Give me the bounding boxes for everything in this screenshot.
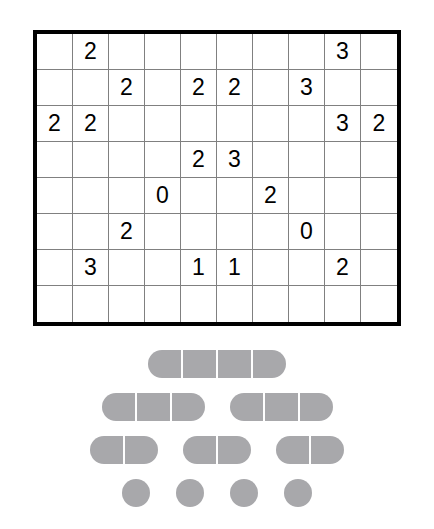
fleet-row-size-3	[102, 393, 333, 421]
clue-number: 0	[300, 220, 313, 243]
cell-r1c4[interactable]	[145, 34, 181, 70]
submarine-icon	[230, 479, 258, 507]
cell-r4c9[interactable]	[325, 142, 361, 178]
cell-r2c5[interactable]: 2	[181, 70, 217, 106]
cell-r3c3[interactable]	[109, 106, 145, 142]
ship-mid-segment	[137, 393, 170, 421]
ship-bow-left-icon	[90, 436, 123, 464]
cell-r8c3[interactable]	[109, 286, 145, 322]
cell-r6c8[interactable]: 0	[289, 214, 325, 250]
clue-number: 2	[120, 220, 133, 243]
clue-number: 3	[300, 76, 313, 99]
cell-r6c2[interactable]	[73, 214, 109, 250]
clue-number: 2	[192, 76, 205, 99]
cell-r6c3[interactable]: 2	[109, 214, 145, 250]
ship-mid-segment	[218, 350, 251, 378]
cell-r4c1[interactable]	[37, 142, 73, 178]
cell-r5c7[interactable]: 2	[253, 178, 289, 214]
cell-r7c9[interactable]: 2	[325, 250, 361, 286]
cell-r3c7[interactable]	[253, 106, 289, 142]
cell-r1c5[interactable]	[181, 34, 217, 70]
ship-2-cell	[90, 436, 158, 464]
ship-bow-left-icon	[183, 436, 216, 464]
cell-r6c5[interactable]	[181, 214, 217, 250]
cell-r8c7[interactable]	[253, 286, 289, 322]
cell-r5c5[interactable]	[181, 178, 217, 214]
cell-r2c3[interactable]: 2	[109, 70, 145, 106]
ship-bow-right-icon	[218, 436, 251, 464]
cell-r6c9[interactable]	[325, 214, 361, 250]
clue-number: 2	[192, 148, 205, 171]
cell-r3c2[interactable]: 2	[73, 106, 109, 142]
cell-r4c8[interactable]	[289, 142, 325, 178]
ship-bow-left-icon	[276, 436, 309, 464]
ship-bow-right-icon	[125, 436, 158, 464]
ship-1-cell	[284, 479, 312, 507]
cell-r8c10[interactable]	[361, 286, 397, 322]
cell-r7c10[interactable]	[361, 250, 397, 286]
cell-r7c6[interactable]: 1	[217, 250, 253, 286]
ship-bow-right-icon	[311, 436, 344, 464]
clue-number: 3	[336, 40, 349, 63]
cell-r4c7[interactable]	[253, 142, 289, 178]
cell-r4c10[interactable]	[361, 142, 397, 178]
ship-bow-right-icon	[300, 393, 333, 421]
puzzle-screenshot: 23222322322302203112	[0, 0, 434, 529]
cell-r3c5[interactable]	[181, 106, 217, 142]
ship-bow-left-icon	[230, 393, 263, 421]
cell-r7c3[interactable]	[109, 250, 145, 286]
cell-r5c10[interactable]	[361, 178, 397, 214]
cell-r1c6[interactable]	[217, 34, 253, 70]
clue-number: 1	[228, 256, 241, 279]
cell-r1c3[interactable]	[109, 34, 145, 70]
cell-r7c1[interactable]	[37, 250, 73, 286]
cell-r1c7[interactable]	[253, 34, 289, 70]
clue-number: 3	[84, 256, 97, 279]
cell-r6c4[interactable]	[145, 214, 181, 250]
ship-bow-right-icon	[172, 393, 205, 421]
cell-r8c5[interactable]	[181, 286, 217, 322]
fleet	[0, 350, 434, 507]
cell-r1c2[interactable]: 2	[73, 34, 109, 70]
clue-number: 2	[336, 256, 349, 279]
cell-r2c2[interactable]	[73, 70, 109, 106]
ship-mid-segment	[183, 350, 216, 378]
cell-r2c8[interactable]: 3	[289, 70, 325, 106]
cell-r8c4[interactable]	[145, 286, 181, 322]
ship-bow-left-icon	[148, 350, 181, 378]
cell-r2c6[interactable]: 2	[217, 70, 253, 106]
cell-r3c1[interactable]: 2	[37, 106, 73, 142]
clue-number: 2	[120, 76, 133, 99]
cell-r5c1[interactable]	[37, 178, 73, 214]
cell-r3c8[interactable]	[289, 106, 325, 142]
clue-number: 2	[48, 112, 61, 135]
cell-r5c8[interactable]	[289, 178, 325, 214]
cell-r3c6[interactable]	[217, 106, 253, 142]
cell-r3c4[interactable]	[145, 106, 181, 142]
cell-r1c8[interactable]	[289, 34, 325, 70]
cell-r6c1[interactable]	[37, 214, 73, 250]
submarine-icon	[176, 479, 204, 507]
fleet-row-size-2	[90, 436, 344, 464]
clue-number: 2	[84, 112, 97, 135]
clue-number: 2	[228, 76, 241, 99]
cell-r2c9[interactable]	[325, 70, 361, 106]
fleet-row-size-1	[122, 479, 312, 507]
cell-r4c5[interactable]: 2	[181, 142, 217, 178]
cell-r5c4[interactable]: 0	[145, 178, 181, 214]
submarine-icon	[122, 479, 150, 507]
ship-1-cell	[230, 479, 258, 507]
clue-number: 2	[264, 184, 277, 207]
ship-3-cell	[230, 393, 333, 421]
cell-r4c6[interactable]: 3	[217, 142, 253, 178]
cell-r2c1[interactable]	[37, 70, 73, 106]
ship-bow-left-icon	[102, 393, 135, 421]
cell-r5c3[interactable]	[109, 178, 145, 214]
cell-r6c7[interactable]	[253, 214, 289, 250]
clue-number: 2	[373, 112, 386, 135]
cell-r7c7[interactable]	[253, 250, 289, 286]
cell-r8c2[interactable]	[73, 286, 109, 322]
cell-r7c8[interactable]	[289, 250, 325, 286]
fleet-row-size-4	[148, 350, 286, 378]
cell-r6c10[interactable]	[361, 214, 397, 250]
ship-bow-right-icon	[253, 350, 286, 378]
cell-r8c8[interactable]	[289, 286, 325, 322]
cell-r6c6[interactable]	[217, 214, 253, 250]
cell-r7c5[interactable]: 1	[181, 250, 217, 286]
clue-number: 1	[192, 256, 205, 279]
cell-r2c10[interactable]	[361, 70, 397, 106]
cell-r1c1[interactable]	[37, 34, 73, 70]
ship-1-cell	[122, 479, 150, 507]
cell-r7c2[interactable]: 3	[73, 250, 109, 286]
cell-r4c2[interactable]	[73, 142, 109, 178]
clue-number: 0	[156, 184, 169, 207]
cell-r7c4[interactable]	[145, 250, 181, 286]
cell-r5c2[interactable]	[73, 178, 109, 214]
submarine-icon	[284, 479, 312, 507]
ship-mid-segment	[265, 393, 298, 421]
cell-r2c4[interactable]	[145, 70, 181, 106]
cell-r2c7[interactable]	[253, 70, 289, 106]
cell-r1c9[interactable]: 3	[325, 34, 361, 70]
ship-2-cell	[183, 436, 251, 464]
cell-r8c6[interactable]	[217, 286, 253, 322]
cell-r4c4[interactable]	[145, 142, 181, 178]
clue-number: 2	[84, 40, 97, 63]
clue-number: 3	[228, 148, 241, 171]
cell-r8c1[interactable]	[37, 286, 73, 322]
clue-number: 3	[336, 112, 349, 135]
cell-r8c9[interactable]	[325, 286, 361, 322]
cell-r1c10[interactable]	[361, 34, 397, 70]
ship-1-cell	[176, 479, 204, 507]
cell-r5c6[interactable]	[217, 178, 253, 214]
ship-2-cell	[276, 436, 344, 464]
ship-4-cell	[148, 350, 286, 378]
ship-3-cell	[102, 393, 205, 421]
puzzle-grid: 23222322322302203112	[33, 30, 401, 326]
cell-r3c10[interactable]: 2	[361, 106, 397, 142]
cell-r5c9[interactable]	[325, 178, 361, 214]
cell-r4c3[interactable]	[109, 142, 145, 178]
cell-r3c9[interactable]: 3	[325, 106, 361, 142]
